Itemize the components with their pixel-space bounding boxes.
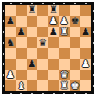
frame-coordinate-tick (3, 85, 4, 87)
white-queen-icon[interactable]: ♛ (60, 70, 69, 80)
square-c1[interactable] (27, 80, 38, 91)
square-g2[interactable] (70, 70, 81, 81)
frame-coordinate-tick (93, 74, 94, 76)
black-pawn-icon[interactable]: ♟ (17, 27, 26, 37)
frame-coordinate-tick (31, 93, 33, 94)
frame-coordinate-tick (53, 93, 55, 94)
frame-coordinate-tick (85, 93, 87, 94)
square-h4[interactable] (80, 48, 91, 59)
square-c8[interactable]: ♜ (27, 5, 38, 16)
square-c4[interactable] (27, 48, 38, 59)
square-h2[interactable] (80, 70, 91, 81)
square-e3[interactable] (48, 59, 59, 70)
square-b1[interactable]: ♝ (16, 80, 27, 91)
frame-coordinate-tick (10, 93, 12, 94)
square-e7[interactable]: ♟ (48, 16, 59, 27)
square-a2[interactable]: ♟ (5, 70, 16, 81)
frame-coordinate-tick (93, 42, 94, 44)
frame-coordinate-tick (93, 53, 94, 55)
frame-coordinate-tick (42, 3, 44, 4)
frame-coordinate-tick (31, 3, 33, 4)
frame-coordinate-tick (53, 3, 55, 4)
white-rook-icon[interactable]: ♜ (60, 80, 69, 90)
square-d5[interactable]: ♛ (37, 37, 48, 48)
frame-coordinate-tick (85, 3, 87, 4)
square-e2[interactable] (48, 70, 59, 81)
square-h8[interactable] (80, 5, 91, 16)
chess-diagram: ♜♜♟♟♟♚♟♟♜♟♞♛♟♟♟♛♝♜♚ (0, 0, 96, 96)
square-f7[interactable]: ♟ (59, 16, 70, 27)
square-g1[interactable]: ♚ (70, 80, 81, 91)
black-pawn-icon[interactable]: ♟ (27, 59, 36, 69)
square-b4[interactable] (16, 48, 27, 59)
square-c3[interactable]: ♟ (27, 59, 38, 70)
square-c7[interactable] (27, 16, 38, 27)
frame-coordinate-tick (42, 93, 44, 94)
square-g4[interactable] (70, 48, 81, 59)
square-d8[interactable] (37, 5, 48, 16)
square-b2[interactable] (16, 70, 27, 81)
square-c6[interactable] (27, 27, 38, 38)
frame-coordinate-tick (3, 31, 4, 33)
black-rook-icon[interactable]: ♜ (49, 5, 58, 15)
frame-coordinate-tick (93, 10, 94, 12)
square-e8[interactable]: ♜ (48, 5, 59, 16)
square-a7[interactable]: ♟ (5, 16, 16, 27)
white-pawn-icon[interactable]: ♟ (81, 59, 90, 69)
frame-coordinate-tick (3, 74, 4, 76)
square-g6[interactable] (70, 27, 81, 38)
frame-coordinate-tick (10, 3, 12, 4)
square-e5[interactable] (48, 37, 59, 48)
black-pawn-icon[interactable]: ♟ (49, 27, 58, 37)
square-a5[interactable]: ♞ (5, 37, 16, 48)
square-f8[interactable] (59, 5, 70, 16)
square-h1[interactable] (80, 80, 91, 91)
square-f3[interactable] (59, 59, 70, 70)
square-h7[interactable] (80, 16, 91, 27)
frame-coordinate-tick (3, 53, 4, 55)
black-king-icon[interactable]: ♚ (70, 16, 79, 26)
square-a6[interactable] (5, 27, 16, 38)
square-c2[interactable] (27, 70, 38, 81)
square-b5[interactable] (16, 37, 27, 48)
white-bishop-icon[interactable]: ♝ (17, 80, 26, 90)
square-f4[interactable] (59, 48, 70, 59)
square-b8[interactable] (16, 5, 27, 16)
square-g3[interactable] (70, 59, 81, 70)
white-rook-icon[interactable]: ♜ (60, 27, 69, 37)
square-a1[interactable] (5, 80, 16, 91)
white-pawn-icon[interactable]: ♟ (49, 16, 58, 26)
frame-coordinate-tick (74, 93, 76, 94)
black-pawn-icon[interactable]: ♟ (6, 16, 15, 26)
white-king-icon[interactable]: ♚ (70, 80, 79, 90)
square-a4[interactable] (5, 48, 16, 59)
frame-coordinate-tick (93, 85, 94, 87)
frame-coordinate-tick (93, 20, 94, 22)
frame-coordinate-tick (20, 93, 22, 94)
square-h5[interactable] (80, 37, 91, 48)
square-h3[interactable]: ♟ (80, 59, 91, 70)
black-pawn-icon[interactable]: ♟ (81, 27, 90, 37)
square-b7[interactable] (16, 16, 27, 27)
square-g8[interactable] (70, 5, 81, 16)
square-d1[interactable] (37, 80, 48, 91)
chess-board: ♜♜♟♟♟♚♟♟♜♟♞♛♟♟♟♛♝♜♚ (5, 5, 91, 91)
square-g7[interactable]: ♚ (70, 16, 81, 27)
square-d2[interactable] (37, 70, 48, 81)
frame-coordinate-tick (93, 31, 94, 33)
square-d6[interactable] (37, 27, 48, 38)
square-f2[interactable]: ♛ (59, 70, 70, 81)
white-pawn-icon[interactable]: ♟ (60, 16, 69, 26)
square-f5[interactable] (59, 37, 70, 48)
black-rook-icon[interactable]: ♜ (27, 5, 36, 15)
black-knight-icon[interactable]: ♞ (6, 37, 15, 47)
frame-coordinate-tick (74, 3, 76, 4)
square-d3[interactable] (37, 59, 48, 70)
frame-coordinate-tick (3, 42, 4, 44)
square-d7[interactable] (37, 16, 48, 27)
square-a8[interactable] (5, 5, 16, 16)
frame-coordinate-tick (3, 63, 4, 65)
frame-coordinate-tick (63, 3, 65, 4)
black-queen-icon[interactable]: ♛ (38, 37, 47, 47)
square-c5[interactable] (27, 37, 38, 48)
square-f1[interactable]: ♜ (59, 80, 70, 91)
white-pawn-icon[interactable]: ♟ (6, 70, 15, 80)
frame-coordinate-tick (3, 10, 4, 12)
square-e1[interactable] (48, 80, 59, 91)
square-b6[interactable]: ♟ (16, 27, 27, 38)
square-a3[interactable] (5, 59, 16, 70)
frame-coordinate-tick (63, 93, 65, 94)
square-f6[interactable]: ♜ (59, 27, 70, 38)
frame-coordinate-tick (3, 20, 4, 22)
square-e4[interactable] (48, 48, 59, 59)
square-h6[interactable]: ♟ (80, 27, 91, 38)
square-b3[interactable] (16, 59, 27, 70)
square-e6[interactable]: ♟ (48, 27, 59, 38)
square-d4[interactable] (37, 48, 48, 59)
frame-coordinate-tick (20, 3, 22, 4)
frame-coordinate-tick (93, 63, 94, 65)
square-g5[interactable] (70, 37, 81, 48)
